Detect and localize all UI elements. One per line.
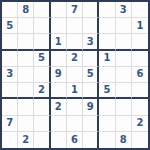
sudoku-cell-given[interactable]: 8 [18,2,34,18]
sudoku-cell-given[interactable]: 5 [99,83,115,99]
sudoku-cell-empty[interactable] [116,51,132,67]
sudoku-cell-empty[interactable] [2,132,18,148]
sudoku-cell-empty[interactable] [99,18,115,34]
sudoku-cell-empty[interactable] [67,34,83,50]
sudoku-cell-empty[interactable] [51,132,67,148]
sudoku-cell-given[interactable]: 7 [2,116,18,132]
sudoku-cell-given[interactable]: 3 [116,2,132,18]
sudoku-cell-empty[interactable] [99,2,115,18]
sudoku-cell-given[interactable]: 9 [83,99,99,115]
sudoku-cell-empty[interactable] [18,83,34,99]
sudoku-cell-given[interactable]: 2 [18,132,34,148]
sudoku-cell-empty[interactable] [132,132,148,148]
sudoku-cell-empty[interactable] [51,116,67,132]
sudoku-cell-empty[interactable] [116,99,132,115]
sudoku-cell-empty[interactable] [116,83,132,99]
sudoku-cell-empty[interactable] [83,18,99,34]
sudoku-cell-empty[interactable] [67,99,83,115]
sudoku-cell-empty[interactable] [34,2,50,18]
sudoku-cell-given[interactable]: 6 [67,132,83,148]
sudoku-cell-empty[interactable] [83,2,99,18]
sudoku-cell-empty[interactable] [99,132,115,148]
sudoku-cell-empty[interactable] [116,34,132,50]
sudoku-cell-empty[interactable] [18,116,34,132]
sudoku-cell-empty[interactable] [34,116,50,132]
sudoku-cell-given[interactable]: 1 [67,83,83,99]
sudoku-cell-given[interactable]: 3 [83,34,99,50]
sudoku-cell-given[interactable]: 9 [51,67,67,83]
sudoku-cell-empty[interactable] [116,116,132,132]
sudoku-cell-empty[interactable] [67,18,83,34]
sudoku-cell-empty[interactable] [132,34,148,50]
sudoku-cell-given[interactable]: 5 [34,51,50,67]
sudoku-cell-given[interactable]: 7 [67,2,83,18]
sudoku-cell-empty[interactable] [2,99,18,115]
sudoku-cell-empty[interactable] [67,67,83,83]
sudoku-cell-empty[interactable] [18,51,34,67]
sudoku-cell-given[interactable]: 2 [34,83,50,99]
sudoku-cell-empty[interactable] [2,83,18,99]
sudoku-cell-empty[interactable] [83,116,99,132]
sudoku-cell-given[interactable]: 1 [99,51,115,67]
sudoku-cell-empty[interactable] [83,83,99,99]
sudoku-board: 873511352139562152972268 [0,0,150,150]
sudoku-cell-empty[interactable] [34,34,50,50]
sudoku-cell-empty[interactable] [99,99,115,115]
sudoku-cell-empty[interactable] [18,99,34,115]
sudoku-cell-empty[interactable] [51,2,67,18]
sudoku-cell-empty[interactable] [51,51,67,67]
sudoku-cell-given[interactable]: 5 [83,67,99,83]
sudoku-cell-empty[interactable] [83,51,99,67]
sudoku-cell-empty[interactable] [132,99,148,115]
sudoku-cell-given[interactable]: 6 [132,67,148,83]
sudoku-cell-empty[interactable] [18,67,34,83]
sudoku-cell-empty[interactable] [99,116,115,132]
sudoku-cell-given[interactable]: 2 [51,99,67,115]
sudoku-cell-empty[interactable] [2,2,18,18]
sudoku-cell-empty[interactable] [34,18,50,34]
sudoku-cell-empty[interactable] [34,99,50,115]
sudoku-cell-empty[interactable] [132,83,148,99]
sudoku-cell-empty[interactable] [2,34,18,50]
sudoku-cell-empty[interactable] [99,34,115,50]
sudoku-cell-empty[interactable] [51,83,67,99]
sudoku-cell-empty[interactable] [34,132,50,148]
sudoku-cell-empty[interactable] [34,67,50,83]
sudoku-cell-empty[interactable] [67,116,83,132]
sudoku-cell-empty[interactable] [132,51,148,67]
sudoku-cell-empty[interactable] [18,34,34,50]
sudoku-cell-empty[interactable] [2,51,18,67]
sudoku-cell-given[interactable]: 1 [51,34,67,50]
sudoku-cell-given[interactable]: 1 [132,18,148,34]
sudoku-cell-given[interactable]: 8 [116,132,132,148]
sudoku-cell-empty[interactable] [116,67,132,83]
sudoku-cell-given[interactable]: 3 [2,67,18,83]
sudoku-cell-given[interactable]: 2 [132,116,148,132]
sudoku-cell-given[interactable]: 5 [2,18,18,34]
sudoku-cell-empty[interactable] [18,18,34,34]
sudoku-cell-empty[interactable] [51,18,67,34]
sudoku-cell-empty[interactable] [83,132,99,148]
sudoku-cell-empty[interactable] [132,2,148,18]
sudoku-cell-empty[interactable] [99,67,115,83]
sudoku-cell-given[interactable]: 2 [67,51,83,67]
sudoku-cell-empty[interactable] [116,18,132,34]
